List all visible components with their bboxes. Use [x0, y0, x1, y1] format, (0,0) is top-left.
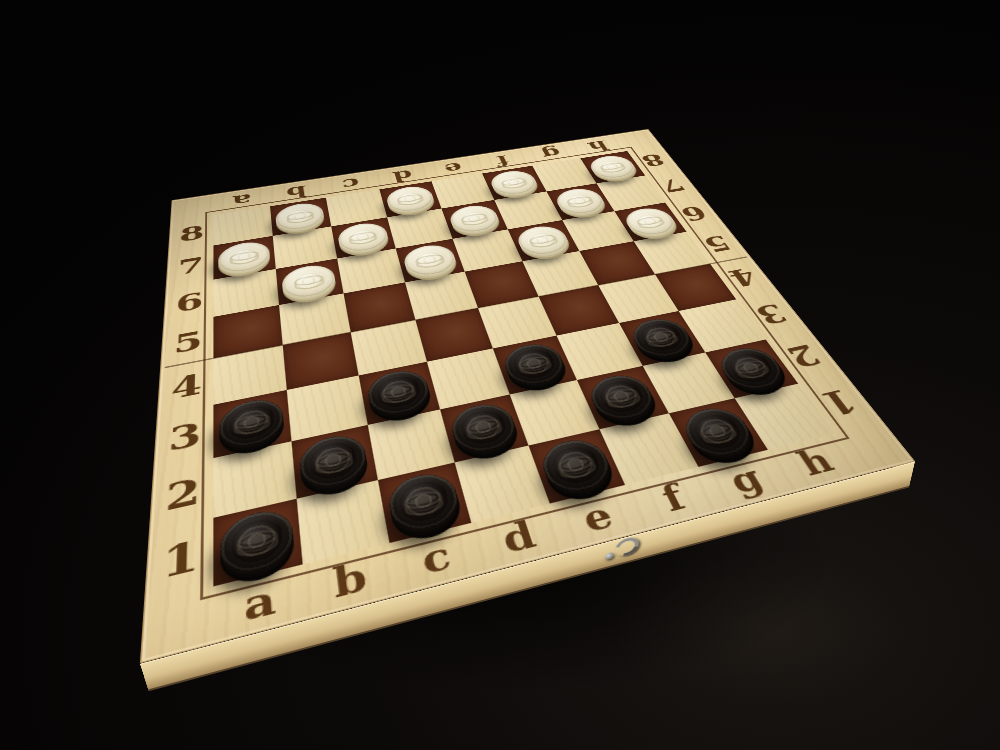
- rank-label-right-3: 3: [736, 291, 808, 339]
- black-checker-h2[interactable]: ⛂: [712, 344, 790, 393]
- square-e2[interactable]: [510, 380, 600, 446]
- black-checker-c1[interactable]: ⛂: [385, 468, 464, 536]
- square-a5[interactable]: [213, 305, 283, 358]
- square-e3[interactable]: ⛂: [493, 336, 577, 394]
- square-a3[interactable]: ⛂: [213, 390, 291, 458]
- square-d3[interactable]: [427, 349, 510, 409]
- black-checker-b2[interactable]: ⛂: [298, 430, 370, 492]
- square-h1[interactable]: [734, 383, 834, 449]
- black-checker-e3[interactable]: ⛂: [499, 340, 569, 389]
- square-c3[interactable]: ⛂: [358, 362, 440, 425]
- black-checker-a3[interactable]: ⛂: [220, 395, 286, 452]
- rank-label-left-5: 5: [161, 317, 213, 369]
- black-checker-c3[interactable]: ⛂: [365, 367, 433, 420]
- square-f2[interactable]: ⛂: [577, 366, 668, 429]
- white-checker-f6[interactable]: ⛀: [513, 223, 572, 257]
- square-e1[interactable]: ⛂: [528, 429, 625, 504]
- square-b1[interactable]: [297, 480, 389, 564]
- black-checker-f2[interactable]: ⛂: [584, 370, 660, 423]
- black-checker-e1[interactable]: ⛂: [536, 435, 617, 497]
- square-d2[interactable]: ⛂: [440, 394, 529, 462]
- square-h2[interactable]: ⛂: [705, 339, 798, 398]
- metal-clasp: [605, 536, 638, 568]
- checkers-board: abcdefgh8⛀⛀⛀⛀87⛀⛀⛀⛀76⛀⛀⛀⛀655443⛂⛂⛂⛂32⛂⛂⛂…: [140, 129, 915, 664]
- square-g3[interactable]: ⛂: [619, 311, 705, 365]
- clasp-screw-icon: [605, 552, 614, 561]
- perspective-scene: abcdefgh8⛀⛀⛀⛀87⛀⛀⛀⛀76⛀⛀⛀⛀655443⛂⛂⛂⛂32⛂⛂⛂…: [0, 0, 1000, 750]
- black-checker-g3[interactable]: ⛂: [625, 315, 697, 361]
- black-checker-a1[interactable]: ⛂: [220, 505, 295, 579]
- rank-label-left-6: 6: [164, 279, 213, 325]
- square-b2[interactable]: ⛂: [292, 425, 378, 499]
- black-checker-g1[interactable]: ⛂: [676, 403, 759, 461]
- square-c1[interactable]: ⛂: [377, 462, 471, 543]
- square-b4[interactable]: [283, 332, 358, 390]
- square-a4[interactable]: [213, 345, 287, 405]
- square-c4[interactable]: [350, 320, 427, 376]
- white-checker-g7[interactable]: ⛀: [552, 186, 609, 217]
- square-d1[interactable]: [454, 445, 549, 523]
- square-f1[interactable]: [600, 413, 698, 485]
- square-d4[interactable]: [415, 308, 493, 362]
- square-a1[interactable]: ⛂: [213, 498, 303, 586]
- square-f3[interactable]: [557, 323, 642, 379]
- square-c2[interactable]: [367, 409, 454, 480]
- photo-scene: abcdefgh8⛀⛀⛀⛀87⛀⛀⛀⛀76⛀⛀⛀⛀655443⛂⛂⛂⛂32⛂⛂⛂…: [0, 0, 1000, 750]
- rank-label-left-4: 4: [158, 358, 213, 416]
- black-checker-d2[interactable]: ⛂: [447, 399, 521, 456]
- square-g2[interactable]: [642, 352, 734, 413]
- rank-label-left-2: 2: [150, 458, 213, 532]
- square-a2[interactable]: [213, 441, 297, 518]
- square-b3[interactable]: [287, 376, 367, 441]
- square-g1[interactable]: ⛂: [668, 398, 767, 467]
- rank-label-left-3: 3: [154, 405, 213, 470]
